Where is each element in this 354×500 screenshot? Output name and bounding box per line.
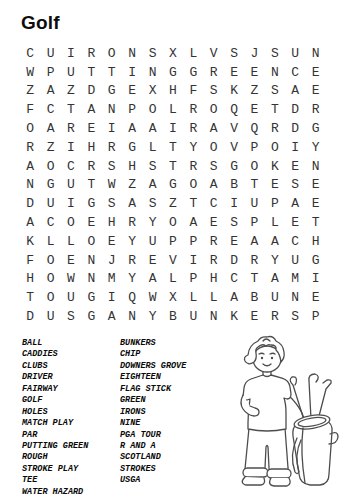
grid-cell-r10c4[interactable]: E — [81, 213, 101, 232]
grid-cell-r7c1[interactable]: A — [20, 157, 40, 176]
grid-cell-r12c4[interactable]: N — [81, 251, 101, 270]
grid-cell-r10c5[interactable]: H — [102, 213, 122, 232]
grid-cell-r3c4[interactable]: D — [81, 82, 101, 101]
grid-cell-r5c6[interactable]: A — [122, 119, 142, 138]
grid-cell-r3c14[interactable]: A — [285, 82, 305, 101]
word-search-page: Golf CUIRONSXLVSJSUNWPUTTINGGREENCEZAZDG… — [0, 0, 354, 500]
grid-cell-r15c3[interactable]: S — [61, 307, 81, 326]
grid-cell-r6c2[interactable]: Z — [40, 138, 60, 157]
grid-cell-r13c15[interactable]: I — [305, 270, 325, 289]
grid-cell-r8c10[interactable]: A — [204, 176, 224, 195]
grid-cell-r6c11[interactable]: V — [224, 138, 244, 157]
grid-cell-r12c3[interactable]: E — [61, 251, 81, 270]
grid-cell-r6c6[interactable]: G — [122, 138, 142, 157]
grid-cell-r1c5[interactable]: O — [102, 44, 122, 63]
grid-cell-r12c11[interactable]: D — [224, 251, 244, 270]
word-list-item: PAR — [22, 430, 88, 441]
grid-cell-r14c12[interactable]: B — [244, 288, 264, 307]
grid-cell-r15c4[interactable]: G — [81, 307, 101, 326]
grid-cell-r15c11[interactable]: K — [224, 307, 244, 326]
grid-cell-r15c5[interactable]: A — [102, 307, 122, 326]
grid-cell-r8c12[interactable]: T — [244, 176, 264, 195]
grid-cell-r5c9[interactable]: R — [183, 119, 203, 138]
grid-cell-r13c4[interactable]: N — [81, 270, 101, 289]
grid-cell-r15c8[interactable]: B — [163, 307, 183, 326]
grid-cell-r5c11[interactable]: V — [224, 119, 244, 138]
grid-cell-r9c5[interactable]: S — [102, 194, 122, 213]
word-list-item: FAIRWAY — [22, 384, 88, 395]
grid-cell-r11c2[interactable]: L — [40, 232, 60, 251]
grid-cell-r9c2[interactable]: U — [40, 194, 60, 213]
grid-cell-r12c5[interactable]: J — [102, 251, 122, 270]
grid-cell-r8c2[interactable]: G — [40, 176, 60, 195]
word-list-item: ROUGH — [22, 452, 88, 463]
golf-bag-body — [293, 420, 332, 485]
grid-cell-r13c13[interactable]: A — [265, 270, 285, 289]
grid-cell-r3c7[interactable]: X — [142, 82, 162, 101]
grid-cell-r10c12[interactable]: P — [244, 213, 264, 232]
word-list-item: R AND A — [120, 441, 186, 452]
grid-cell-r10c2[interactable]: C — [40, 213, 60, 232]
grid-cell-r4c15[interactable]: R — [305, 100, 325, 119]
grid-cell-r3c10[interactable]: S — [204, 82, 224, 101]
grid-cell-r9c14[interactable]: A — [285, 194, 305, 213]
grid-cell-r8c7[interactable]: A — [142, 176, 162, 195]
golfer-right-arm — [288, 395, 304, 419]
grid-cell-r8c1[interactable]: N — [20, 176, 40, 195]
grid-cell-r14c4[interactable]: G — [81, 288, 101, 307]
word-list-item: STROKE PLAY — [22, 464, 88, 475]
word-list-item: HOLES — [22, 407, 88, 418]
grid-cell-r3c11[interactable]: K — [224, 82, 244, 101]
grid-cell-r12c8[interactable]: V — [163, 251, 183, 270]
grid-cell-r8c13[interactable]: E — [265, 176, 285, 195]
grid-cell-r12c9[interactable]: I — [183, 251, 203, 270]
grid-cell-r15c13[interactable]: R — [265, 307, 285, 326]
grid-cell-r4c2[interactable]: C — [40, 100, 60, 119]
grid-cell-r7c11[interactable]: G — [224, 157, 244, 176]
grid-cell-r7c15[interactable]: N — [305, 157, 325, 176]
grid-cell-r1c8[interactable]: X — [163, 44, 183, 63]
golfer-cuff-left — [243, 468, 268, 477]
grid-cell-r14c8[interactable]: X — [163, 288, 183, 307]
grid-cell-r13c14[interactable]: M — [285, 270, 305, 289]
grid-cell-r15c2[interactable]: U — [40, 307, 60, 326]
grid-cell-r4c8[interactable]: L — [163, 100, 183, 119]
word-search-grid: CUIRONSXLVSJSUNWPUTTINGGREENCEZAZDGEXHFS… — [20, 44, 326, 326]
grid-cell-r2c10[interactable]: R — [204, 63, 224, 82]
word-list-item: FLAG STICK — [120, 384, 186, 395]
grid-cell-r12c7[interactable]: E — [142, 251, 162, 270]
word-list-item: NINE — [120, 418, 186, 429]
grid-cell-r4c12[interactable]: E — [244, 100, 264, 119]
grid-cell-r11c15[interactable]: H — [305, 232, 325, 251]
golfer-shirt — [243, 375, 291, 431]
grid-cell-r1c9[interactable]: L — [183, 44, 203, 63]
grid-cell-r12c13[interactable]: Y — [265, 251, 285, 270]
grid-cell-r6c15[interactable]: Y — [305, 138, 325, 157]
grid-cell-r2c15[interactable]: E — [305, 63, 325, 82]
grid-cell-r12c10[interactable]: R — [204, 251, 224, 270]
grid-cell-r2c5[interactable]: T — [102, 63, 122, 82]
grid-cell-r1c14[interactable]: U — [285, 44, 305, 63]
grid-cell-r14c14[interactable]: N — [285, 288, 305, 307]
grid-cell-r6c5[interactable]: R — [102, 138, 122, 157]
grid-cell-r6c13[interactable]: O — [265, 138, 285, 157]
word-list-item: USGA — [120, 475, 186, 486]
grid-cell-r9c12[interactable]: U — [244, 194, 264, 213]
golfer-with-bag-drawing — [233, 333, 353, 493]
grid-cell-r2c1[interactable]: W — [20, 63, 40, 82]
grid-cell-r13c8[interactable]: L — [163, 270, 183, 289]
grid-cell-r1c10[interactable]: V — [204, 44, 224, 63]
grid-cell-r6c7[interactable]: L — [142, 138, 162, 157]
word-list-item: PUTTING GREEN — [22, 441, 88, 452]
grid-cell-r15c15[interactable]: P — [305, 307, 325, 326]
grid-cell-r10c7[interactable]: Y — [142, 213, 162, 232]
grid-cell-r14c2[interactable]: O — [40, 288, 60, 307]
grid-cell-r9c15[interactable]: E — [305, 194, 325, 213]
word-list-item: DOWNERS GROVE — [120, 361, 186, 372]
word-list-column-2: BUNKERSCHIPDOWNERS GROVEEIGHTEENFLAG STI… — [120, 338, 186, 487]
grid-cell-r2c8[interactable]: G — [163, 63, 183, 82]
grid-cell-r6c3[interactable]: I — [61, 138, 81, 157]
grid-cell-r5c8[interactable]: I — [163, 119, 183, 138]
grid-cell-r1c1[interactable]: C — [20, 44, 40, 63]
grid-cell-r13c1[interactable]: H — [20, 270, 40, 289]
grid-cell-r10c14[interactable]: E — [285, 213, 305, 232]
grid-cell-r13c2[interactable]: O — [40, 270, 60, 289]
golfer-eye-right — [271, 357, 273, 359]
grid-cell-r11c4[interactable]: O — [81, 232, 101, 251]
word-list-item: EIGHTEEN — [120, 372, 186, 383]
grid-cell-r10c13[interactable]: L — [265, 213, 285, 232]
grid-cell-r10c9[interactable]: A — [183, 213, 203, 232]
grid-cell-r9c3[interactable]: I — [61, 194, 81, 213]
grid-cell-r11c5[interactable]: E — [102, 232, 122, 251]
grid-cell-r15c14[interactable]: S — [285, 307, 305, 326]
grid-cell-r6c4[interactable]: H — [81, 138, 101, 157]
word-list-item: MATCH PLAY — [22, 418, 88, 429]
golfer-illustration — [233, 333, 353, 493]
grid-cell-r5c7[interactable]: A — [142, 119, 162, 138]
grid-cell-r3c2[interactable]: A — [40, 82, 60, 101]
grid-cell-r9c8[interactable]: Z — [163, 194, 183, 213]
grid-cell-r5c3[interactable]: R — [61, 119, 81, 138]
word-list-item: GREEN — [120, 395, 186, 406]
grid-cell-r11c10[interactable]: R — [204, 232, 224, 251]
grid-cell-r15c9[interactable]: U — [183, 307, 203, 326]
grid-cell-r11c13[interactable]: A — [265, 232, 285, 251]
grid-cell-r13c12[interactable]: T — [244, 270, 264, 289]
grid-cell-r15c1[interactable]: D — [20, 307, 40, 326]
grid-cell-r7c10[interactable]: S — [204, 157, 224, 176]
grid-cell-r10c15[interactable]: T — [305, 213, 325, 232]
grid-cell-r14c10[interactable]: L — [204, 288, 224, 307]
grid-cell-r7c12[interactable]: O — [244, 157, 264, 176]
grid-cell-r15c12[interactable]: E — [244, 307, 264, 326]
grid-cell-r4c4[interactable]: A — [81, 100, 101, 119]
grid-cell-r3c8[interactable]: H — [163, 82, 183, 101]
grid-cell-r11c6[interactable]: Y — [122, 232, 142, 251]
grid-cell-r9c1[interactable]: D — [20, 194, 40, 213]
grid-cell-r2c7[interactable]: N — [142, 63, 162, 82]
grid-cell-r13c10[interactable]: H — [204, 270, 224, 289]
grid-cell-r5c2[interactable]: A — [40, 119, 60, 138]
grid-cell-r2c2[interactable]: P — [40, 63, 60, 82]
grid-cell-r2c12[interactable]: E — [244, 63, 264, 82]
grid-cell-r14c1[interactable]: T — [20, 288, 40, 307]
grid-cell-r2c11[interactable]: E — [224, 63, 244, 82]
word-list-item: CLUBS — [22, 361, 88, 372]
grid-cell-r8c14[interactable]: S — [285, 176, 305, 195]
grid-cell-r4c1[interactable]: F — [20, 100, 40, 119]
grid-cell-r4c9[interactable]: R — [183, 100, 203, 119]
grid-cell-r7c2[interactable]: O — [40, 157, 60, 176]
word-list-item: BUNKERS — [120, 338, 186, 349]
grid-cell-r3c5[interactable]: G — [102, 82, 122, 101]
grid-cell-r12c6[interactable]: R — [122, 251, 142, 270]
grid-cell-r12c15[interactable]: G — [305, 251, 325, 270]
grid-cell-r5c5[interactable]: I — [102, 119, 122, 138]
grid-cell-r4c14[interactable]: D — [285, 100, 305, 119]
grid-cell-r6c14[interactable]: I — [285, 138, 305, 157]
grid-cell-r12c14[interactable]: U — [285, 251, 305, 270]
grid-cell-r15c7[interactable]: Y — [142, 307, 162, 326]
golfer-eye-left — [261, 357, 263, 359]
grid-cell-r8c9[interactable]: O — [183, 176, 203, 195]
grid-cell-r3c3[interactable]: Z — [61, 82, 81, 101]
grid-cell-r5c10[interactable]: A — [204, 119, 224, 138]
grid-cell-r1c15[interactable]: N — [305, 44, 325, 63]
grid-cell-r8c8[interactable]: G — [163, 176, 183, 195]
grid-cell-r15c10[interactable]: N — [204, 307, 224, 326]
grid-cell-r4c10[interactable]: O — [204, 100, 224, 119]
grid-cell-r11c8[interactable]: P — [163, 232, 183, 251]
grid-cell-r11c1[interactable]: K — [20, 232, 40, 251]
grid-cell-r7c14[interactable]: E — [285, 157, 305, 176]
grid-cell-r11c11[interactable]: E — [224, 232, 244, 251]
grid-cell-r5c13[interactable]: R — [265, 119, 285, 138]
grid-cell-r11c14[interactable]: C — [285, 232, 305, 251]
grid-cell-r5c15[interactable]: G — [305, 119, 325, 138]
grid-cell-r2c9[interactable]: G — [183, 63, 203, 82]
word-list-column-1: BALLCADDIESCLUBSDRIVERFAIRWAYGOLFHOLESMA… — [22, 338, 88, 498]
grid-cell-r10c8[interactable]: O — [163, 213, 183, 232]
grid-cell-r13c3[interactable]: W — [61, 270, 81, 289]
grid-cell-r9c13[interactable]: P — [265, 194, 285, 213]
grid-cell-r6c12[interactable]: P — [244, 138, 264, 157]
grid-cell-r12c12[interactable]: R — [244, 251, 264, 270]
grid-cell-r2c3[interactable]: U — [61, 63, 81, 82]
grid-cell-r4c6[interactable]: P — [122, 100, 142, 119]
grid-cell-r10c10[interactable]: E — [204, 213, 224, 232]
grid-cell-r11c9[interactable]: P — [183, 232, 203, 251]
grid-cell-r13c9[interactable]: P — [183, 270, 203, 289]
grid-cell-r4c7[interactable]: O — [142, 100, 162, 119]
word-list-item: TEE — [22, 475, 88, 486]
grid-cell-r8c4[interactable]: T — [81, 176, 101, 195]
word-list-item: SCOTLAND — [120, 452, 186, 463]
grid-cell-r11c12[interactable]: A — [244, 232, 264, 251]
grid-cell-r1c13[interactable]: S — [265, 44, 285, 63]
grid-cell-r14c5[interactable]: I — [102, 288, 122, 307]
grid-cell-r3c1[interactable]: Z — [20, 82, 40, 101]
grid-cell-r7c7[interactable]: S — [142, 157, 162, 176]
grid-cell-r1c4[interactable]: R — [81, 44, 101, 63]
grid-cell-r3c9[interactable]: F — [183, 82, 203, 101]
grid-cell-r13c5[interactable]: M — [102, 270, 122, 289]
grid-cell-r2c14[interactable]: C — [285, 63, 305, 82]
grid-cell-r3c6[interactable]: E — [122, 82, 142, 101]
grid-cell-r4c5[interactable]: N — [102, 100, 122, 119]
grid-cell-r1c7[interactable]: S — [142, 44, 162, 63]
grid-cell-r8c3[interactable]: U — [61, 176, 81, 195]
grid-cell-r6c1[interactable]: R — [20, 138, 40, 157]
grid-cell-r10c11[interactable]: S — [224, 213, 244, 232]
grid-cell-r9c10[interactable]: C — [204, 194, 224, 213]
grid-cell-r11c7[interactable]: U — [142, 232, 162, 251]
grid-cell-r1c12[interactable]: J — [244, 44, 264, 63]
grid-cell-r5c12[interactable]: Q — [244, 119, 264, 138]
word-list-item: WATER HAZARD — [22, 487, 88, 498]
grid-cell-r14c3[interactable]: U — [61, 288, 81, 307]
golf-club-3 — [318, 380, 331, 420]
grid-cell-r12c2[interactable]: O — [40, 251, 60, 270]
grid-cell-r2c13[interactable]: N — [265, 63, 285, 82]
grid-cell-r14c6[interactable]: Q — [122, 288, 142, 307]
grid-cell-r13c7[interactable]: A — [142, 270, 162, 289]
word-list-item: DRIVER — [22, 372, 88, 383]
grid-cell-r2c4[interactable]: T — [81, 63, 101, 82]
grid-cell-r5c1[interactable]: O — [20, 119, 40, 138]
grid-cell-r10c6[interactable]: R — [122, 213, 142, 232]
grid-cell-r3c12[interactable]: Z — [244, 82, 264, 101]
grid-cell-r1c11[interactable]: S — [224, 44, 244, 63]
word-list-item: STROKES — [120, 464, 186, 475]
grid-cell-r9c9[interactable]: T — [183, 194, 203, 213]
grid-cell-r14c15[interactable]: E — [305, 288, 325, 307]
golfer-cuff-right — [267, 469, 291, 478]
grid-cell-r1c3[interactable]: I — [61, 44, 81, 63]
grid-cell-r14c9[interactable]: L — [183, 288, 203, 307]
grid-cell-r10c1[interactable]: A — [20, 213, 40, 232]
grid-cell-r9c4[interactable]: G — [81, 194, 101, 213]
grid-cell-r3c15[interactable]: E — [305, 82, 325, 101]
grid-cell-r6c9[interactable]: Y — [183, 138, 203, 157]
grid-cell-r7c13[interactable]: K — [265, 157, 285, 176]
golfer-pants — [245, 428, 288, 473]
golfer-shoe-right — [270, 478, 291, 486]
grid-cell-r9c6[interactable]: A — [122, 194, 142, 213]
grid-cell-r4c3[interactable]: T — [61, 100, 81, 119]
word-list-item: CADDIES — [22, 349, 88, 360]
grid-cell-r8c15[interactable]: E — [305, 176, 325, 195]
grid-cell-r9c7[interactable]: S — [142, 194, 162, 213]
grid-cell-r6c8[interactable]: T — [163, 138, 183, 157]
grid-cell-r7c8[interactable]: T — [163, 157, 183, 176]
word-list-item: IRONS — [120, 407, 186, 418]
word-list-item: CHIP — [120, 349, 186, 360]
grid-cell-r8c11[interactable]: B — [224, 176, 244, 195]
grid-cell-r3c13[interactable]: S — [265, 82, 285, 101]
puzzle-title: Golf — [21, 12, 60, 34]
grid-cell-r7c5[interactable]: S — [102, 157, 122, 176]
grid-cell-r11c3[interactable]: L — [61, 232, 81, 251]
grid-cell-r15c6[interactable]: N — [122, 307, 142, 326]
grid-cell-r5c14[interactable]: D — [285, 119, 305, 138]
grid-cell-r4c11[interactable]: Q — [224, 100, 244, 119]
word-list-item: BALL — [22, 338, 88, 349]
grid-cell-r12c1[interactable]: F — [20, 251, 40, 270]
grid-cell-r1c2[interactable]: U — [40, 44, 60, 63]
golf-club-2 — [309, 374, 318, 419]
grid-cell-r13c11[interactable]: C — [224, 270, 244, 289]
golfer-shoe-left — [242, 477, 264, 485]
grid-cell-r8c5[interactable]: W — [102, 176, 122, 195]
grid-cell-r14c11[interactable]: A — [224, 288, 244, 307]
word-list-item: PGA TOUR — [120, 430, 186, 441]
grid-cell-r1c6[interactable]: N — [122, 44, 142, 63]
grid-cell-r8c6[interactable]: Z — [122, 176, 142, 195]
grid-cell-r5c4[interactable]: E — [81, 119, 101, 138]
grid-cell-r14c7[interactable]: W — [142, 288, 162, 307]
grid-cell-r9c11[interactable]: I — [224, 194, 244, 213]
grid-cell-r13c6[interactable]: Y — [122, 270, 142, 289]
grid-cell-r7c3[interactable]: C — [61, 157, 81, 176]
grid-cell-r7c6[interactable]: H — [122, 157, 142, 176]
grid-cell-r14c13[interactable]: U — [265, 288, 285, 307]
grid-cell-r2c6[interactable]: I — [122, 63, 142, 82]
grid-cell-r10c3[interactable]: O — [61, 213, 81, 232]
word-list-item: GOLF — [22, 395, 88, 406]
grid-cell-r6c10[interactable]: O — [204, 138, 224, 157]
grid-cell-r4c13[interactable]: T — [265, 100, 285, 119]
grid-cell-r7c9[interactable]: R — [183, 157, 203, 176]
grid-cell-r7c4[interactable]: R — [81, 157, 101, 176]
